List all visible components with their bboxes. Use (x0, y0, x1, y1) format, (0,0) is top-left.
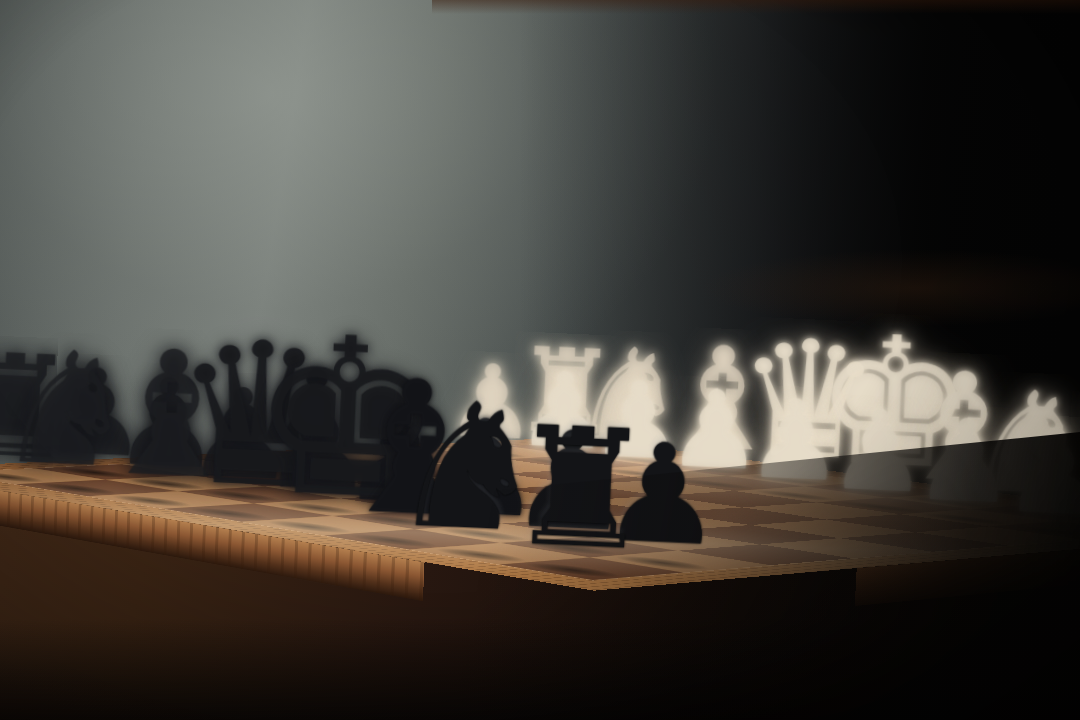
piece-white-pawn-h2: ♟ (995, 413, 1080, 534)
ceiling-shadow (432, 0, 1080, 14)
photo-scene: ♜♞♝♛♚♝♞♜♟♟♟♟♟♟♟♟♟♟♟♟♟♟♟♟♜♞♝♛♚♝♞♜ (0, 0, 1080, 720)
piece-black-rook-h8: ♜ (504, 404, 643, 573)
